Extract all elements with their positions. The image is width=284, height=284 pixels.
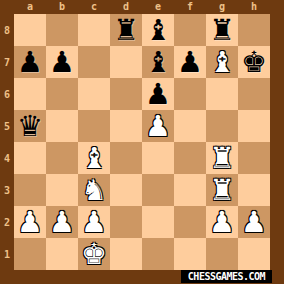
square-e1[interactable] <box>142 238 174 270</box>
piece-white-pawn-g2[interactable]: ♟ <box>209 206 235 238</box>
square-f7[interactable]: ♟ <box>174 46 206 78</box>
piece-white-rook-g3[interactable]: ♜ <box>209 174 235 206</box>
chess-board: ♜♝♜♟♟♝♟♝♚♟♛♟♝♜♞♜♟♟♟♟♟♚ <box>14 14 270 270</box>
square-g1[interactable] <box>206 238 238 270</box>
piece-white-pawn-c2[interactable]: ♟ <box>81 206 107 238</box>
square-a4[interactable] <box>14 142 46 174</box>
square-g6[interactable] <box>206 78 238 110</box>
square-a8[interactable] <box>14 14 46 46</box>
square-e2[interactable] <box>142 206 174 238</box>
square-d4[interactable] <box>110 142 142 174</box>
piece-white-pawn-h2[interactable]: ♟ <box>241 206 267 238</box>
square-h7[interactable]: ♚ <box>238 46 270 78</box>
piece-white-bishop-g7[interactable]: ♝ <box>209 46 235 78</box>
square-d1[interactable] <box>110 238 142 270</box>
square-f3[interactable] <box>174 174 206 206</box>
square-c4[interactable]: ♝ <box>78 142 110 174</box>
square-a5[interactable]: ♛ <box>14 110 46 142</box>
square-c6[interactable] <box>78 78 110 110</box>
square-g8[interactable]: ♜ <box>206 14 238 46</box>
rank-label-3: 3 <box>0 174 14 206</box>
square-a2[interactable]: ♟ <box>14 206 46 238</box>
piece-white-pawn-b2[interactable]: ♟ <box>49 206 75 238</box>
file-label-a: a <box>14 0 46 14</box>
rank-label-1: 1 <box>0 238 14 270</box>
square-b2[interactable]: ♟ <box>46 206 78 238</box>
rank-label-4: 4 <box>0 142 14 174</box>
square-c5[interactable] <box>78 110 110 142</box>
piece-black-rook-d8[interactable]: ♜ <box>113 14 139 46</box>
piece-black-pawn-b7[interactable]: ♟ <box>49 46 75 78</box>
square-f4[interactable] <box>174 142 206 174</box>
square-h2[interactable]: ♟ <box>238 206 270 238</box>
square-c8[interactable] <box>78 14 110 46</box>
piece-black-pawn-f7[interactable]: ♟ <box>177 46 203 78</box>
square-e3[interactable] <box>142 174 174 206</box>
piece-black-pawn-a7[interactable]: ♟ <box>17 46 43 78</box>
piece-white-bishop-c4[interactable]: ♝ <box>81 142 107 174</box>
square-g5[interactable] <box>206 110 238 142</box>
rank-label-2: 2 <box>0 206 14 238</box>
square-e6[interactable]: ♟ <box>142 78 174 110</box>
rank-labels: 87654321 <box>0 14 14 270</box>
square-e4[interactable] <box>142 142 174 174</box>
square-c7[interactable] <box>78 46 110 78</box>
square-b7[interactable]: ♟ <box>46 46 78 78</box>
square-c3[interactable]: ♞ <box>78 174 110 206</box>
square-h6[interactable] <box>238 78 270 110</box>
square-a6[interactable] <box>14 78 46 110</box>
rank-label-8: 8 <box>0 14 14 46</box>
square-b5[interactable] <box>46 110 78 142</box>
square-d2[interactable] <box>110 206 142 238</box>
square-e7[interactable]: ♝ <box>142 46 174 78</box>
chessgames-watermark: CHESSGAMES.COM <box>181 270 272 283</box>
square-a7[interactable]: ♟ <box>14 46 46 78</box>
square-f8[interactable] <box>174 14 206 46</box>
piece-white-king-c1[interactable]: ♚ <box>81 238 107 270</box>
square-d3[interactable] <box>110 174 142 206</box>
square-h1[interactable] <box>238 238 270 270</box>
square-h5[interactable] <box>238 110 270 142</box>
piece-black-bishop-e8[interactable]: ♝ <box>145 14 171 46</box>
piece-white-pawn-e5[interactable]: ♟ <box>145 110 171 142</box>
square-e8[interactable]: ♝ <box>142 14 174 46</box>
square-d8[interactable]: ♜ <box>110 14 142 46</box>
square-a1[interactable] <box>14 238 46 270</box>
rank-label-7: 7 <box>0 46 14 78</box>
piece-black-queen-a5[interactable]: ♛ <box>17 110 43 142</box>
file-label-g: g <box>206 0 238 14</box>
square-f2[interactable] <box>174 206 206 238</box>
square-h4[interactable] <box>238 142 270 174</box>
square-f6[interactable] <box>174 78 206 110</box>
square-c2[interactable]: ♟ <box>78 206 110 238</box>
square-b6[interactable] <box>46 78 78 110</box>
file-labels: abcdefgh <box>14 0 270 14</box>
rank-label-5: 5 <box>0 110 14 142</box>
square-h3[interactable] <box>238 174 270 206</box>
file-label-e: e <box>142 0 174 14</box>
square-b4[interactable] <box>46 142 78 174</box>
piece-white-rook-g4[interactable]: ♜ <box>209 142 235 174</box>
square-b8[interactable] <box>46 14 78 46</box>
square-b1[interactable] <box>46 238 78 270</box>
square-a3[interactable] <box>14 174 46 206</box>
square-g2[interactable]: ♟ <box>206 206 238 238</box>
piece-black-bishop-e7[interactable]: ♝ <box>145 46 171 78</box>
square-h8[interactable] <box>238 14 270 46</box>
square-e5[interactable]: ♟ <box>142 110 174 142</box>
square-d7[interactable] <box>110 46 142 78</box>
piece-black-rook-g8[interactable]: ♜ <box>209 14 235 46</box>
square-c1[interactable]: ♚ <box>78 238 110 270</box>
square-g7[interactable]: ♝ <box>206 46 238 78</box>
file-label-d: d <box>110 0 142 14</box>
piece-white-pawn-a2[interactable]: ♟ <box>17 206 43 238</box>
piece-black-king-h7[interactable]: ♚ <box>241 46 267 78</box>
square-b3[interactable] <box>46 174 78 206</box>
chess-diagram: abcdefgh 87654321 ♜♝♜♟♟♝♟♝♚♟♛♟♝♜♞♜♟♟♟♟♟♚… <box>0 0 284 284</box>
file-label-h: h <box>238 0 270 14</box>
file-label-c: c <box>78 0 110 14</box>
square-g3[interactable]: ♜ <box>206 174 238 206</box>
square-f5[interactable] <box>174 110 206 142</box>
piece-white-knight-c3[interactable]: ♞ <box>81 174 107 206</box>
square-g4[interactable]: ♜ <box>206 142 238 174</box>
rank-label-6: 6 <box>0 78 14 110</box>
file-label-b: b <box>46 0 78 14</box>
file-label-f: f <box>174 0 206 14</box>
square-f1[interactable] <box>174 238 206 270</box>
square-d6[interactable] <box>110 78 142 110</box>
piece-black-pawn-e6[interactable]: ♟ <box>145 78 171 110</box>
square-d5[interactable] <box>110 110 142 142</box>
